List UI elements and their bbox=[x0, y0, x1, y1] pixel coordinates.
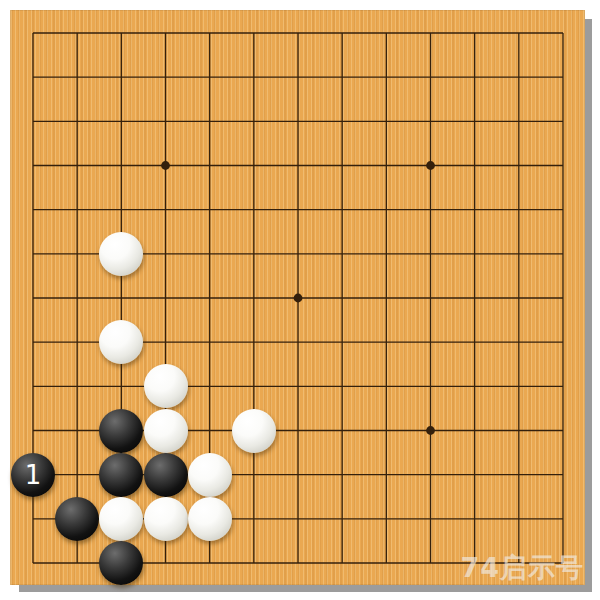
stone-white bbox=[144, 497, 188, 541]
stone-black bbox=[144, 453, 188, 497]
stone-black bbox=[55, 497, 99, 541]
go-board: 1 bbox=[10, 10, 585, 585]
stone-white bbox=[144, 409, 188, 453]
stone-white bbox=[99, 232, 143, 276]
stone-white bbox=[99, 320, 143, 364]
stone-black bbox=[99, 409, 143, 453]
stone-white bbox=[99, 497, 143, 541]
page-root: 1 74启示号 bbox=[0, 0, 600, 600]
stone-black: 1 bbox=[11, 453, 55, 497]
move-number-label: 1 bbox=[11, 453, 55, 497]
stone-black bbox=[99, 541, 143, 585]
stone-white bbox=[232, 409, 276, 453]
stone-white bbox=[188, 453, 232, 497]
stone-black bbox=[99, 453, 143, 497]
stones-layer: 1 bbox=[33, 33, 563, 563]
stone-white bbox=[188, 497, 232, 541]
watermark: 74启示号 bbox=[460, 550, 584, 586]
stone-white bbox=[144, 364, 188, 408]
